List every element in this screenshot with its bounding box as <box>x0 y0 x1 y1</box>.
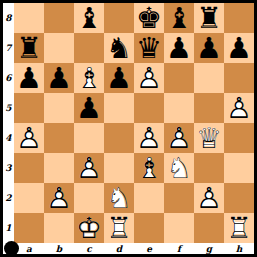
square-c8[interactable]: ♝ <box>74 3 104 33</box>
rank-label-4: 4 <box>3 123 14 153</box>
square-a4[interactable]: ♟♙ <box>14 123 44 153</box>
piece-white-pawn-e4[interactable]: ♟♙ <box>134 123 164 153</box>
rank-label-8: 8 <box>3 3 14 33</box>
piece-black-pawn-b6[interactable]: ♟ <box>44 63 74 93</box>
white-rook-outline: ♖ <box>104 213 134 243</box>
square-b8[interactable] <box>44 3 74 33</box>
black-pawn-glyph: ♟ <box>74 93 104 123</box>
square-e7[interactable]: ♛ <box>134 33 164 63</box>
square-b5[interactable] <box>44 93 74 123</box>
piece-white-bishop-c6[interactable]: ♝♗ <box>74 63 104 93</box>
square-g2[interactable]: ♟♙ <box>194 183 224 213</box>
white-queen-outline: ♕ <box>194 123 224 153</box>
white-bishop-outline: ♗ <box>74 63 104 93</box>
white-bishop-outline: ♗ <box>134 153 164 183</box>
square-f6[interactable] <box>164 63 194 93</box>
piece-black-pawn-f7[interactable]: ♟ <box>164 33 194 63</box>
piece-black-rook-g8[interactable]: ♜ <box>194 3 224 33</box>
square-g7[interactable]: ♟ <box>194 33 224 63</box>
black-king-glyph: ♚ <box>134 3 164 33</box>
piece-black-bishop-c8[interactable]: ♝ <box>74 3 104 33</box>
square-d7[interactable]: ♞ <box>104 33 134 63</box>
white-knight-outline: ♘ <box>104 183 134 213</box>
square-b6[interactable]: ♟ <box>44 63 74 93</box>
black-bishop-glyph: ♝ <box>164 3 194 33</box>
square-f3[interactable]: ♞♘ <box>164 153 194 183</box>
square-d5[interactable] <box>104 93 134 123</box>
square-f5[interactable] <box>164 93 194 123</box>
file-labels: abcdefgh <box>14 243 254 254</box>
white-pawn-outline: ♙ <box>74 153 104 183</box>
square-c4[interactable] <box>74 123 104 153</box>
piece-black-pawn-g7[interactable]: ♟ <box>194 33 224 63</box>
square-g1[interactable] <box>194 213 224 243</box>
piece-white-pawn-b2[interactable]: ♟♙ <box>44 183 74 213</box>
square-a8[interactable] <box>14 3 44 33</box>
square-a5[interactable] <box>14 93 44 123</box>
square-e2[interactable] <box>134 183 164 213</box>
square-e3[interactable]: ♝♗ <box>134 153 164 183</box>
rank-label-7: 7 <box>3 33 14 63</box>
square-c2[interactable] <box>74 183 104 213</box>
piece-black-knight-d7[interactable]: ♞ <box>104 33 134 63</box>
piece-black-king-e8[interactable]: ♚ <box>134 3 164 33</box>
square-d3[interactable] <box>104 153 134 183</box>
black-pawn-glyph: ♟ <box>44 63 74 93</box>
piece-white-pawn-h5[interactable]: ♟♙ <box>224 93 254 123</box>
square-a6[interactable]: ♟ <box>14 63 44 93</box>
white-pawn-outline: ♙ <box>224 93 254 123</box>
file-label-h: h <box>224 243 254 254</box>
square-h5[interactable]: ♟♙ <box>224 93 254 123</box>
square-f8[interactable]: ♝ <box>164 3 194 33</box>
rank-label-6: 6 <box>3 63 14 93</box>
square-g5[interactable] <box>194 93 224 123</box>
square-h3[interactable] <box>224 153 254 183</box>
file-label-e: e <box>134 243 164 254</box>
square-a2[interactable] <box>14 183 44 213</box>
black-knight-glyph: ♞ <box>104 33 134 63</box>
square-g3[interactable] <box>194 153 224 183</box>
white-pawn-outline: ♙ <box>164 123 194 153</box>
square-d2[interactable]: ♞♘ <box>104 183 134 213</box>
square-h7[interactable]: ♟ <box>224 33 254 63</box>
side-to-move-icon <box>4 241 19 256</box>
square-d8[interactable] <box>104 3 134 33</box>
white-pawn-outline: ♙ <box>134 123 164 153</box>
rank-label-3: 3 <box>3 153 14 183</box>
square-f2[interactable] <box>164 183 194 213</box>
black-pawn-glyph: ♟ <box>104 63 134 93</box>
black-pawn-glyph: ♟ <box>194 33 224 63</box>
piece-black-pawn-h7[interactable]: ♟ <box>224 33 254 63</box>
square-e4[interactable]: ♟♙ <box>134 123 164 153</box>
piece-black-pawn-c5[interactable]: ♟ <box>74 93 104 123</box>
square-a1[interactable] <box>14 213 44 243</box>
rank-label-2: 2 <box>3 183 14 213</box>
piece-black-pawn-a6[interactable]: ♟ <box>14 63 44 93</box>
piece-white-knight-d2[interactable]: ♞♘ <box>104 183 134 213</box>
square-e1[interactable] <box>134 213 164 243</box>
piece-black-pawn-d6[interactable]: ♟ <box>104 63 134 93</box>
piece-white-pawn-c3[interactable]: ♟♙ <box>74 153 104 183</box>
piece-white-rook-h1[interactable]: ♜♖ <box>224 213 254 243</box>
square-b2[interactable]: ♟♙ <box>44 183 74 213</box>
white-rook-outline: ♖ <box>224 213 254 243</box>
rank-label-1: 1 <box>3 213 14 243</box>
piece-white-pawn-e6[interactable]: ♟♙ <box>134 63 164 93</box>
piece-white-pawn-g2[interactable]: ♟♙ <box>194 183 224 213</box>
white-pawn-outline: ♙ <box>14 123 44 153</box>
piece-white-queen-g4[interactable]: ♛♕ <box>194 123 224 153</box>
piece-black-queen-e7[interactable]: ♛ <box>134 33 164 63</box>
white-knight-outline: ♘ <box>164 153 194 183</box>
square-e8[interactable]: ♚ <box>134 3 164 33</box>
piece-black-bishop-f8[interactable]: ♝ <box>164 3 194 33</box>
piece-white-pawn-f4[interactable]: ♟♙ <box>164 123 194 153</box>
square-h2[interactable] <box>224 183 254 213</box>
file-label-g: g <box>194 243 224 254</box>
chess-diagram: 87654321 ♝♚♝♜♜♞♛♟♟♟♟♟♝♗♟♟♙♟♟♙♟♙♟♙♟♙♛♕♟♙♝… <box>0 0 257 257</box>
square-h4[interactable] <box>224 123 254 153</box>
square-c6[interactable]: ♝♗ <box>74 63 104 93</box>
white-pawn-outline: ♙ <box>194 183 224 213</box>
piece-white-bishop-e3[interactable]: ♝♗ <box>134 153 164 183</box>
white-pawn-outline: ♙ <box>44 183 74 213</box>
piece-white-rook-d1[interactable]: ♜♖ <box>104 213 134 243</box>
file-label-b: b <box>44 243 74 254</box>
square-c5[interactable]: ♟ <box>74 93 104 123</box>
square-g6[interactable] <box>194 63 224 93</box>
black-bishop-glyph: ♝ <box>74 3 104 33</box>
square-b3[interactable] <box>44 153 74 183</box>
black-pawn-glyph: ♟ <box>164 33 194 63</box>
square-h1[interactable]: ♜♖ <box>224 213 254 243</box>
square-g8[interactable]: ♜ <box>194 3 224 33</box>
piece-white-knight-f3[interactable]: ♞♘ <box>164 153 194 183</box>
square-b7[interactable] <box>44 33 74 63</box>
square-c7[interactable] <box>74 33 104 63</box>
piece-white-king-c1[interactable]: ♚♔ <box>74 213 104 243</box>
rank-labels: 87654321 <box>3 3 14 243</box>
square-e5[interactable] <box>134 93 164 123</box>
square-a3[interactable] <box>14 153 44 183</box>
black-pawn-glyph: ♟ <box>224 33 254 63</box>
black-pawn-glyph: ♟ <box>14 63 44 93</box>
square-e6[interactable]: ♟♙ <box>134 63 164 93</box>
square-d6[interactable]: ♟ <box>104 63 134 93</box>
piece-black-rook-a7[interactable]: ♜ <box>14 33 44 63</box>
file-label-f: f <box>164 243 194 254</box>
piece-white-pawn-a4[interactable]: ♟♙ <box>14 123 44 153</box>
rank-label-5: 5 <box>3 93 14 123</box>
file-label-d: d <box>104 243 134 254</box>
black-queen-glyph: ♛ <box>134 33 164 63</box>
white-pawn-outline: ♙ <box>134 63 164 93</box>
square-c1[interactable]: ♚♔ <box>74 213 104 243</box>
square-h6[interactable] <box>224 63 254 93</box>
black-rook-glyph: ♜ <box>14 33 44 63</box>
square-g4[interactable]: ♛♕ <box>194 123 224 153</box>
square-d1[interactable]: ♜♖ <box>104 213 134 243</box>
square-a7[interactable]: ♜ <box>14 33 44 63</box>
board: ♝♚♝♜♜♞♛♟♟♟♟♟♝♗♟♟♙♟♟♙♟♙♟♙♟♙♛♕♟♙♝♗♞♘♟♙♞♘♟♙… <box>14 3 254 243</box>
square-d4[interactable] <box>104 123 134 153</box>
square-f7[interactable]: ♟ <box>164 33 194 63</box>
square-b4[interactable] <box>44 123 74 153</box>
white-king-outline: ♔ <box>74 213 104 243</box>
square-c3[interactable]: ♟♙ <box>74 153 104 183</box>
black-rook-glyph: ♜ <box>194 3 224 33</box>
square-f4[interactable]: ♟♙ <box>164 123 194 153</box>
square-h8[interactable] <box>224 3 254 33</box>
file-label-c: c <box>74 243 104 254</box>
square-b1[interactable] <box>44 213 74 243</box>
square-f1[interactable] <box>164 213 194 243</box>
